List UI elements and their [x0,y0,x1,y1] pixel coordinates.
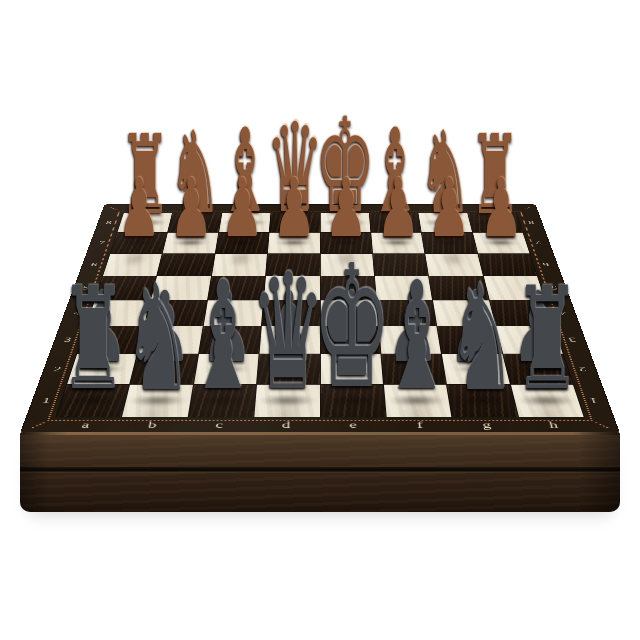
square-f3[interactable] [379,326,441,354]
square-d5[interactable] [264,276,320,300]
rank-label-left-6: 6 [81,261,107,268]
piece-reflection [336,250,357,268]
square-a5[interactable] [95,276,156,300]
rank-label-right-7: 7 [526,239,551,246]
rank-label-left-3: 3 [53,335,83,344]
square-b3[interactable] [138,326,202,354]
square-h3[interactable] [496,326,563,354]
square-d3[interactable] [260,326,320,354]
rank-label-right-5: 5 [540,284,567,292]
square-c3[interactable] [199,326,261,354]
square-a3[interactable] [77,326,144,354]
file-label-f: f [400,418,441,432]
chessboard-lid-top: abcdefgh8877665544332211 [20,204,620,433]
square-a4[interactable] [87,300,151,326]
piece-reflection [339,370,364,395]
square-g5[interactable] [429,276,488,300]
square-e4[interactable] [320,300,378,326]
square-h4[interactable] [490,300,554,326]
square-b5[interactable] [151,276,210,300]
rank-label-right-1: 1 [577,395,610,406]
file-label-c: c [199,418,240,432]
file-label-d: d [266,418,306,432]
rank-label-right-3: 3 [558,335,588,344]
rank-label-left-5: 5 [72,284,99,292]
rank-label-right-8: 8 [519,219,543,225]
rank-label-left-2: 2 [42,364,73,374]
file-label-e: e [334,418,374,432]
square-f4[interactable] [377,300,437,326]
rank-label-right-6: 6 [533,261,559,268]
square-h5[interactable] [483,276,544,300]
rank-label-left-8: 8 [97,219,121,225]
box-lid-seam [20,467,620,473]
file-label-h: h [532,418,576,432]
inlay-corner-accent [522,207,530,210]
rank-label-left-4: 4 [63,309,92,317]
square-e5[interactable] [320,276,376,300]
file-label-g: g [466,418,508,432]
square-c5[interactable] [208,276,265,300]
wooden-box-front [20,432,620,512]
square-b4[interactable] [145,300,207,326]
square-e3[interactable] [320,326,380,354]
chess-set-photo: abcdefgh8877665544332211 ♜♞♝♛♚♝♞♜♟♟♟♟♟♟♟… [0,0,640,640]
rank-label-right-4: 4 [549,309,578,317]
rank-label-left-1: 1 [30,395,63,406]
file-label-b: b [131,418,173,432]
square-f5[interactable] [375,276,432,300]
square-g3[interactable] [437,326,501,354]
inlay-corner-accent [31,422,45,428]
rank-label-left-7: 7 [89,239,114,246]
rank-label-right-2: 2 [567,364,598,374]
inlay-corner-accent [110,207,118,210]
piece-reflection [332,225,360,251]
square-c4[interactable] [203,300,263,326]
file-label-a: a [64,418,108,432]
square-g4[interactable] [433,300,495,326]
inlay-corner-accent [595,422,609,428]
square-d4[interactable] [262,300,320,326]
